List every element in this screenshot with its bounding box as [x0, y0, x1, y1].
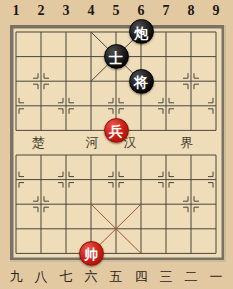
piece-layer: 炮士将兵帅 — [4, 20, 229, 266]
top-file-label-3: 3 — [63, 4, 70, 18]
bottom-file-label-6: 四 — [135, 270, 148, 283]
top-file-label-5: 5 — [113, 4, 120, 18]
red-soldier-glyph: 兵 — [109, 124, 123, 138]
bottom-file-label-9: 一 — [210, 270, 223, 283]
top-file-label-4: 4 — [88, 4, 95, 18]
red-soldier[interactable]: 兵 — [104, 118, 129, 143]
bottom-file-label-2: 八 — [35, 270, 48, 283]
top-file-label-8: 8 — [188, 4, 195, 18]
bottom-file-label-7: 三 — [160, 270, 173, 283]
top-file-label-7: 7 — [163, 4, 170, 18]
top-file-label-9: 9 — [213, 4, 220, 18]
top-file-label-1: 1 — [13, 4, 20, 18]
black-general-glyph: 将 — [134, 75, 148, 89]
black-cannon[interactable]: 炮 — [129, 19, 154, 44]
bottom-file-label-8: 二 — [185, 270, 198, 283]
black-general[interactable]: 将 — [129, 69, 154, 94]
bottom-file-label-4: 六 — [85, 270, 98, 283]
red-general-glyph: 帅 — [84, 247, 98, 261]
top-file-label-6: 6 — [138, 4, 145, 18]
top-file-label-2: 2 — [38, 4, 45, 18]
xiangqi-board-screen: 123456789 楚 河 汉 界 炮士将兵帅 九八七六五四三二一 — [0, 0, 233, 289]
black-advisor[interactable]: 士 — [104, 44, 129, 69]
black-cannon-glyph: 炮 — [134, 25, 148, 39]
red-general[interactable]: 帅 — [79, 241, 104, 266]
bottom-file-label-5: 五 — [110, 270, 123, 283]
black-advisor-glyph: 士 — [109, 50, 123, 64]
bottom-file-label-1: 九 — [10, 270, 23, 283]
bottom-file-label-3: 七 — [60, 270, 73, 283]
